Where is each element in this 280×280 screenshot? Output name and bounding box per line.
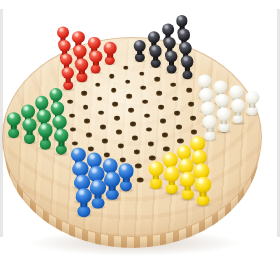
peg-green[interactable]	[21, 118, 37, 144]
peg-head	[162, 23, 174, 35]
peg-head	[230, 85, 243, 98]
hole[interactable]	[88, 147, 94, 152]
peg-green[interactable]	[37, 123, 54, 149]
hole[interactable]	[188, 102, 194, 107]
peg-head	[163, 37, 175, 49]
hole[interactable]	[67, 99, 73, 104]
peg-head	[231, 99, 245, 113]
peg-head	[7, 112, 21, 126]
peg-head	[54, 128, 68, 142]
peg-head	[74, 45, 86, 57]
peg-head	[216, 94, 230, 108]
peg-head	[90, 50, 103, 63]
hole[interactable]	[160, 119, 166, 124]
peg-red[interactable]	[89, 50, 104, 73]
hole[interactable]	[132, 136, 138, 141]
peg-head	[60, 53, 73, 66]
peg-head	[178, 29, 190, 41]
hole[interactable]	[95, 83, 101, 87]
peg-black[interactable]	[148, 45, 162, 68]
peg-head	[148, 32, 160, 44]
hole[interactable]	[116, 130, 122, 135]
hole[interactable]	[186, 88, 192, 93]
hole[interactable]	[125, 80, 131, 84]
peg-head	[196, 177, 212, 193]
hole[interactable]	[127, 94, 133, 99]
peg-head	[214, 80, 227, 93]
chinese-checkers-product-photo	[0, 0, 280, 280]
peg-white[interactable]	[216, 107, 232, 133]
hole[interactable]	[155, 77, 161, 81]
hole[interactable]	[130, 122, 136, 127]
hole[interactable]	[141, 85, 147, 90]
hole[interactable]	[174, 110, 180, 115]
hole[interactable]	[172, 97, 178, 102]
hole[interactable]	[190, 116, 196, 121]
peg-head	[164, 166, 179, 181]
peg-base	[247, 106, 258, 116]
hole[interactable]	[69, 113, 75, 118]
hole[interactable]	[86, 133, 92, 138]
peg-head	[245, 91, 259, 105]
peg-red[interactable]	[75, 58, 90, 82]
hole[interactable]	[148, 141, 154, 146]
peg-head	[72, 31, 84, 43]
peg-head	[148, 161, 163, 176]
hole[interactable]	[170, 83, 176, 87]
hole[interactable]	[177, 138, 183, 143]
hole[interactable]	[128, 108, 134, 113]
hole[interactable]	[72, 141, 78, 146]
hole[interactable]	[112, 102, 118, 107]
peg-red[interactable]	[103, 42, 117, 65]
hole[interactable]	[81, 91, 87, 96]
hole[interactable]	[142, 99, 148, 104]
peg-head	[76, 58, 89, 71]
hole[interactable]	[118, 144, 124, 149]
peg-head	[203, 115, 217, 129]
hole[interactable]	[156, 91, 162, 96]
peg-base	[233, 114, 244, 124]
hole[interactable]	[123, 66, 128, 70]
peg-head	[62, 66, 75, 79]
hole[interactable]	[84, 119, 90, 124]
hole[interactable]	[111, 88, 117, 93]
peg-head	[181, 56, 194, 69]
hole[interactable]	[102, 138, 108, 143]
peg-head	[191, 137, 206, 152]
peg-head	[76, 188, 92, 204]
hole[interactable]	[139, 71, 144, 75]
peg-green[interactable]	[6, 112, 22, 138]
peg-head	[179, 42, 191, 54]
peg-head	[149, 45, 161, 57]
peg-head	[58, 40, 70, 52]
hole[interactable]	[114, 116, 120, 121]
peg-white[interactable]	[244, 91, 260, 116]
peg-yellow[interactable]	[194, 177, 212, 206]
peg-head	[134, 40, 146, 52]
hole[interactable]	[83, 105, 89, 110]
hole[interactable]	[109, 74, 115, 78]
hole[interactable]	[191, 130, 197, 135]
peg-black[interactable]	[180, 56, 195, 79]
peg-blue[interactable]	[75, 188, 93, 217]
peg-head	[37, 110, 51, 124]
peg-head	[165, 50, 178, 63]
peg-head	[217, 107, 231, 121]
peg-white[interactable]	[230, 99, 246, 124]
hole[interactable]	[158, 105, 164, 110]
hole[interactable]	[137, 177, 144, 182]
peg-head	[180, 172, 195, 187]
peg-head	[51, 101, 65, 115]
hole[interactable]	[104, 152, 110, 157]
hole[interactable]	[135, 163, 141, 168]
peg-head	[88, 37, 100, 49]
hole[interactable]	[146, 127, 152, 132]
peg-head	[35, 96, 49, 110]
peg-head	[176, 15, 188, 27]
hole[interactable]	[97, 96, 103, 101]
hole[interactable]	[100, 124, 106, 129]
peg-head	[21, 104, 35, 118]
peg-head	[198, 75, 211, 88]
peg-head	[52, 115, 66, 129]
peg-head	[104, 42, 116, 54]
peg-green[interactable]	[53, 128, 70, 155]
hole[interactable]	[133, 149, 139, 154]
peg-head	[38, 123, 52, 137]
peg-head	[49, 88, 62, 101]
hole[interactable]	[163, 147, 169, 152]
peg-head	[201, 102, 215, 116]
peg-red[interactable]	[61, 66, 76, 90]
hole[interactable]	[119, 158, 125, 163]
peg-head	[57, 26, 69, 38]
hole[interactable]	[149, 155, 155, 160]
hole[interactable]	[70, 127, 76, 132]
hole[interactable]	[176, 124, 182, 129]
peg-head	[23, 118, 37, 132]
hole[interactable]	[98, 110, 104, 115]
hole[interactable]	[144, 113, 150, 118]
hole[interactable]	[162, 133, 168, 138]
peg-black[interactable]	[164, 50, 179, 73]
peg-black[interactable]	[133, 40, 147, 63]
board-cells	[0, 0, 280, 280]
peg-head	[200, 88, 213, 101]
